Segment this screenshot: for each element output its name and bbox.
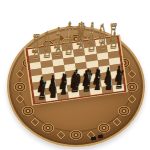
square-d8[interactable]: ♛ <box>79 88 91 96</box>
square-f8[interactable]: ♝ <box>57 92 69 100</box>
square-g8[interactable]: ♞ <box>45 93 57 101</box>
piece-white-pawn[interactable]: ♙ <box>109 30 119 52</box>
square-c8[interactable]: ♝ <box>90 87 102 95</box>
carved-rosette <box>42 123 55 133</box>
carved-rosette <box>21 106 34 116</box>
board-perspective-wrap: ♖♘♗♔♕♗♘♖♙♙♙♙♙♙♙♙♟♟♟♟♟♟♟♟♜♞♝♚♛♝♞♜ <box>26 36 127 105</box>
carved-rosette <box>98 123 111 133</box>
carved-rosette <box>126 82 139 92</box>
piece-black-rook[interactable]: ♜ <box>115 67 126 92</box>
board-grid: ♖♘♗♔♕♗♘♖♙♙♙♙♙♙♙♙♟♟♟♟♟♟♟♟♜♞♝♚♛♝♞♜ <box>26 36 127 105</box>
carved-rosette <box>118 106 131 116</box>
carved-rosette <box>70 130 83 140</box>
carved-rosette <box>14 82 27 92</box>
square-h8[interactable]: ♜ <box>34 95 46 103</box>
carved-diamond <box>112 117 121 126</box>
carved-diamond <box>56 130 65 139</box>
square-e8[interactable]: ♚ <box>68 90 80 98</box>
square-b8[interactable]: ♞ <box>101 85 113 93</box>
carved-diamond <box>127 95 136 104</box>
square-a8[interactable]: ♜ <box>112 84 124 92</box>
chess-set-photo: ♖♘♗♔♕♗♘♖♙♙♙♙♙♙♙♙♟♟♟♟♟♟♟♟♜♞♝♚♛♝♞♜ <box>0 0 150 150</box>
